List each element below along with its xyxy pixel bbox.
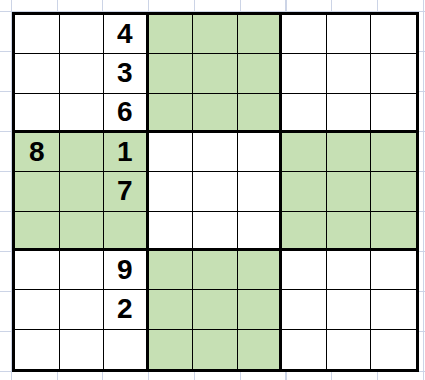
cell-r2c7[interactable] bbox=[282, 54, 327, 93]
cell-r4c6[interactable] bbox=[238, 133, 283, 172]
cell-r7c7[interactable] bbox=[282, 251, 327, 290]
cell-r7c9[interactable] bbox=[371, 251, 416, 290]
cell-r8c8[interactable] bbox=[327, 290, 372, 329]
cell-r3c3[interactable]: 6 bbox=[104, 94, 149, 133]
cell-r2c6[interactable] bbox=[238, 54, 283, 93]
cell-r5c7[interactable] bbox=[282, 172, 327, 211]
cell-r4c5[interactable] bbox=[193, 133, 238, 172]
cell-r5c6[interactable] bbox=[238, 172, 283, 211]
cell-r3c2[interactable] bbox=[60, 94, 105, 133]
cell-r9c5[interactable] bbox=[193, 330, 238, 369]
cell-r7c8[interactable] bbox=[327, 251, 372, 290]
cell-r3c9[interactable] bbox=[371, 94, 416, 133]
cell-r2c9[interactable] bbox=[371, 54, 416, 93]
cell-r8c7[interactable] bbox=[282, 290, 327, 329]
cell-r7c3[interactable]: 9 bbox=[104, 251, 149, 290]
cell-r2c8[interactable] bbox=[327, 54, 372, 93]
cell-r1c4[interactable] bbox=[149, 15, 194, 54]
cell-r8c4[interactable] bbox=[149, 290, 194, 329]
cell-r9c8[interactable] bbox=[327, 330, 372, 369]
cell-r2c3[interactable]: 3 bbox=[104, 54, 149, 93]
cell-r7c2[interactable] bbox=[60, 251, 105, 290]
cell-r1c1[interactable] bbox=[15, 15, 60, 54]
cell-r4c2[interactable] bbox=[60, 133, 105, 172]
cell-r4c1[interactable]: 8 bbox=[15, 133, 60, 172]
cell-r3c4[interactable] bbox=[149, 94, 194, 133]
cell-r3c5[interactable] bbox=[193, 94, 238, 133]
cell-r6c7[interactable] bbox=[282, 212, 327, 251]
cell-r5c4[interactable] bbox=[149, 172, 194, 211]
cell-r1c5[interactable] bbox=[193, 15, 238, 54]
cell-r8c3[interactable]: 2 bbox=[104, 290, 149, 329]
cell-r9c9[interactable] bbox=[371, 330, 416, 369]
cell-r7c6[interactable] bbox=[238, 251, 283, 290]
cell-r9c6[interactable] bbox=[238, 330, 283, 369]
spreadsheet-background: 43681792 bbox=[0, 0, 425, 380]
cell-r9c7[interactable] bbox=[282, 330, 327, 369]
cell-r8c5[interactable] bbox=[193, 290, 238, 329]
cell-r6c9[interactable] bbox=[371, 212, 416, 251]
cell-r4c7[interactable] bbox=[282, 133, 327, 172]
cell-r1c9[interactable] bbox=[371, 15, 416, 54]
cell-r6c8[interactable] bbox=[327, 212, 372, 251]
cell-r4c9[interactable] bbox=[371, 133, 416, 172]
cell-r6c3[interactable] bbox=[104, 212, 149, 251]
cell-r3c8[interactable] bbox=[327, 94, 372, 133]
cell-r3c7[interactable] bbox=[282, 94, 327, 133]
cell-r1c7[interactable] bbox=[282, 15, 327, 54]
cell-r6c4[interactable] bbox=[149, 212, 194, 251]
cell-r1c8[interactable] bbox=[327, 15, 372, 54]
cell-r3c1[interactable] bbox=[15, 94, 60, 133]
cell-r5c1[interactable] bbox=[15, 172, 60, 211]
cell-r5c9[interactable] bbox=[371, 172, 416, 211]
sudoku-board: 43681792 bbox=[12, 12, 419, 372]
cell-r5c5[interactable] bbox=[193, 172, 238, 211]
cell-r7c4[interactable] bbox=[149, 251, 194, 290]
cell-r4c8[interactable] bbox=[327, 133, 372, 172]
cell-r9c4[interactable] bbox=[149, 330, 194, 369]
cell-r2c5[interactable] bbox=[193, 54, 238, 93]
cell-r7c5[interactable] bbox=[193, 251, 238, 290]
cell-r6c2[interactable] bbox=[60, 212, 105, 251]
cell-r5c2[interactable] bbox=[60, 172, 105, 211]
cell-r3c6[interactable] bbox=[238, 94, 283, 133]
cell-r2c4[interactable] bbox=[149, 54, 194, 93]
cell-r2c2[interactable] bbox=[60, 54, 105, 93]
cell-r1c3[interactable]: 4 bbox=[104, 15, 149, 54]
cell-r8c9[interactable] bbox=[371, 290, 416, 329]
cell-r8c2[interactable] bbox=[60, 290, 105, 329]
cell-r9c2[interactable] bbox=[60, 330, 105, 369]
cell-r5c8[interactable] bbox=[327, 172, 372, 211]
cell-r4c4[interactable] bbox=[149, 133, 194, 172]
cell-r7c1[interactable] bbox=[15, 251, 60, 290]
cell-r5c3[interactable]: 7 bbox=[104, 172, 149, 211]
cell-r2c1[interactable] bbox=[15, 54, 60, 93]
cell-r6c5[interactable] bbox=[193, 212, 238, 251]
cell-r1c6[interactable] bbox=[238, 15, 283, 54]
cell-r8c1[interactable] bbox=[15, 290, 60, 329]
cell-r6c6[interactable] bbox=[238, 212, 283, 251]
cell-r1c2[interactable] bbox=[60, 15, 105, 54]
cell-r6c1[interactable] bbox=[15, 212, 60, 251]
cell-r4c3[interactable]: 1 bbox=[104, 133, 149, 172]
cell-r9c1[interactable] bbox=[15, 330, 60, 369]
cell-r9c3[interactable] bbox=[104, 330, 149, 369]
cell-r8c6[interactable] bbox=[238, 290, 283, 329]
